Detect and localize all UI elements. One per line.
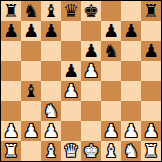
square-g7[interactable]: ♟ (121, 21, 141, 41)
square-e7[interactable] (81, 21, 101, 41)
square-e3[interactable] (81, 101, 101, 121)
piece-white-bishop[interactable]: ♝ (103, 141, 119, 161)
square-e5[interactable]: ♟ (81, 61, 101, 81)
square-f6[interactable]: ♞ (101, 41, 121, 61)
square-h2[interactable]: ♟ (141, 121, 161, 141)
square-h6[interactable]: ♟ (141, 41, 161, 61)
piece-white-pawn[interactable]: ♟ (83, 61, 99, 81)
square-b3[interactable] (21, 101, 41, 121)
piece-black-pawn[interactable]: ♟ (143, 41, 159, 61)
square-g5[interactable] (121, 61, 141, 81)
square-h8[interactable]: ♜ (141, 1, 161, 21)
square-c7[interactable]: ♟ (41, 21, 61, 41)
piece-white-knight[interactable]: ♞ (43, 101, 59, 121)
square-d7[interactable] (61, 21, 81, 41)
square-g8[interactable] (121, 1, 141, 21)
square-h1[interactable]: ♜ (141, 141, 161, 161)
square-h7[interactable] (141, 21, 161, 41)
square-f4[interactable] (101, 81, 121, 101)
square-d5[interactable]: ♟ (61, 61, 81, 81)
square-d2[interactable] (61, 121, 81, 141)
piece-black-pawn[interactable]: ♟ (3, 21, 19, 41)
piece-white-pawn[interactable]: ♟ (103, 121, 119, 141)
square-h4[interactable] (141, 81, 161, 101)
square-c1[interactable]: ♝ (41, 141, 61, 161)
square-b7[interactable]: ♟ (21, 21, 41, 41)
piece-white-rook[interactable]: ♜ (143, 141, 159, 161)
square-f3[interactable] (101, 101, 121, 121)
square-a3[interactable] (1, 101, 21, 121)
square-c8[interactable]: ♝ (41, 1, 61, 21)
square-g3[interactable] (121, 101, 141, 121)
square-b8[interactable]: ♞ (21, 1, 41, 21)
square-a2[interactable]: ♟ (1, 121, 21, 141)
square-a1[interactable]: ♜ (1, 141, 21, 161)
square-f2[interactable]: ♟ (101, 121, 121, 141)
square-a5[interactable] (1, 61, 21, 81)
piece-white-pawn[interactable]: ♟ (123, 121, 139, 141)
square-d1[interactable]: ♛ (61, 141, 81, 161)
square-e4[interactable] (81, 81, 101, 101)
square-b4[interactable]: ♝ (21, 81, 41, 101)
chess-board: ♜♞♝♛♚♜♟♟♟♟♟♟♞♟♟♟♝♟♞♟♟♟♟♟♟♜♝♛♚♝♞♜ (0, 0, 162, 162)
piece-white-pawn[interactable]: ♟ (23, 121, 39, 141)
square-h5[interactable] (141, 61, 161, 81)
square-e8[interactable]: ♚ (81, 1, 101, 21)
piece-white-knight[interactable]: ♞ (123, 141, 139, 161)
piece-white-pawn[interactable]: ♟ (3, 121, 19, 141)
square-h3[interactable] (141, 101, 161, 121)
square-e6[interactable]: ♟ (81, 41, 101, 61)
square-f1[interactable]: ♝ (101, 141, 121, 161)
piece-black-pawn[interactable]: ♟ (63, 61, 79, 81)
square-f5[interactable] (101, 61, 121, 81)
piece-white-pawn[interactable]: ♟ (143, 121, 159, 141)
square-f7[interactable]: ♟ (101, 21, 121, 41)
square-g4[interactable] (121, 81, 141, 101)
square-d8[interactable]: ♛ (61, 1, 81, 21)
piece-white-queen[interactable]: ♛ (63, 141, 79, 161)
piece-black-rook[interactable]: ♜ (3, 1, 19, 21)
piece-white-rook[interactable]: ♜ (3, 141, 19, 161)
square-d6[interactable] (61, 41, 81, 61)
piece-black-knight[interactable]: ♞ (103, 41, 119, 61)
piece-black-bishop[interactable]: ♝ (43, 1, 59, 21)
piece-black-pawn[interactable]: ♟ (83, 41, 99, 61)
piece-black-pawn[interactable]: ♟ (43, 21, 59, 41)
piece-white-king[interactable]: ♚ (83, 141, 99, 161)
square-g1[interactable]: ♞ (121, 141, 141, 161)
square-c4[interactable] (41, 81, 61, 101)
square-b5[interactable] (21, 61, 41, 81)
square-c6[interactable] (41, 41, 61, 61)
piece-black-pawn[interactable]: ♟ (23, 21, 39, 41)
piece-black-queen[interactable]: ♛ (63, 1, 79, 21)
square-d3[interactable] (61, 101, 81, 121)
piece-black-bishop[interactable]: ♝ (23, 81, 39, 101)
square-a7[interactable]: ♟ (1, 21, 21, 41)
piece-white-bishop[interactable]: ♝ (43, 141, 59, 161)
piece-black-rook[interactable]: ♜ (143, 1, 159, 21)
square-g2[interactable]: ♟ (121, 121, 141, 141)
piece-black-knight[interactable]: ♞ (23, 1, 39, 21)
square-b2[interactable]: ♟ (21, 121, 41, 141)
square-a8[interactable]: ♜ (1, 1, 21, 21)
square-e1[interactable]: ♚ (81, 141, 101, 161)
square-a6[interactable] (1, 41, 21, 61)
square-g6[interactable] (121, 41, 141, 61)
square-e2[interactable] (81, 121, 101, 141)
square-f8[interactable] (101, 1, 121, 21)
square-b6[interactable] (21, 41, 41, 61)
square-c5[interactable] (41, 61, 61, 81)
piece-black-pawn[interactable]: ♟ (123, 21, 139, 41)
piece-white-pawn[interactable]: ♟ (63, 81, 79, 101)
piece-black-pawn[interactable]: ♟ (103, 21, 119, 41)
square-d4[interactable]: ♟ (61, 81, 81, 101)
piece-white-pawn[interactable]: ♟ (43, 121, 59, 141)
piece-black-king[interactable]: ♚ (83, 1, 99, 21)
square-a4[interactable] (1, 81, 21, 101)
square-c2[interactable]: ♟ (41, 121, 61, 141)
square-c3[interactable]: ♞ (41, 101, 61, 121)
square-b1[interactable] (21, 141, 41, 161)
